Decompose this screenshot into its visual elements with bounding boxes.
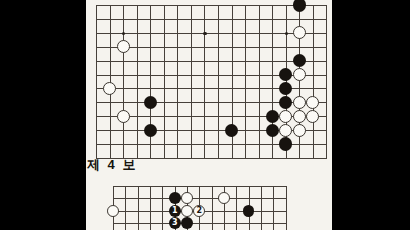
white-stone xyxy=(293,68,306,81)
black-stone xyxy=(181,217,193,229)
grid-line xyxy=(113,186,287,187)
white-stone xyxy=(293,110,306,123)
black-border-left xyxy=(0,0,86,230)
move-3-stone: 3 xyxy=(169,217,181,229)
white-stone xyxy=(117,40,130,53)
star-point xyxy=(203,32,206,35)
white-stone xyxy=(181,205,193,217)
white-stone xyxy=(181,192,193,204)
white-stone xyxy=(279,124,292,137)
white-stone xyxy=(279,110,292,123)
black-stone xyxy=(266,110,279,123)
move-number: 1 xyxy=(172,207,178,215)
grid-line xyxy=(113,198,287,199)
white-stone xyxy=(293,96,306,109)
move-2-stone: 2 xyxy=(193,205,205,217)
black-stone xyxy=(225,124,238,137)
move-number: 3 xyxy=(172,219,178,227)
black-border-right xyxy=(332,0,410,230)
white-stone xyxy=(107,205,119,217)
black-stone xyxy=(144,124,157,137)
photo-area: 제 4 보 123 xyxy=(86,0,332,230)
white-stone xyxy=(218,192,230,204)
white-stone xyxy=(117,110,130,123)
black-stone xyxy=(169,192,181,204)
black-stone xyxy=(293,0,306,12)
star-point xyxy=(285,32,288,35)
black-stone xyxy=(293,54,306,67)
black-stone xyxy=(243,205,255,217)
grid-line xyxy=(113,223,287,224)
black-stone xyxy=(279,137,292,150)
black-stone xyxy=(266,124,279,137)
black-stone xyxy=(144,96,157,109)
move-number: 2 xyxy=(197,207,203,215)
newspaper-go-photo: 제 4 보 123 xyxy=(0,0,410,230)
white-stone xyxy=(293,124,306,137)
move-1-stone: 1 xyxy=(169,205,181,217)
